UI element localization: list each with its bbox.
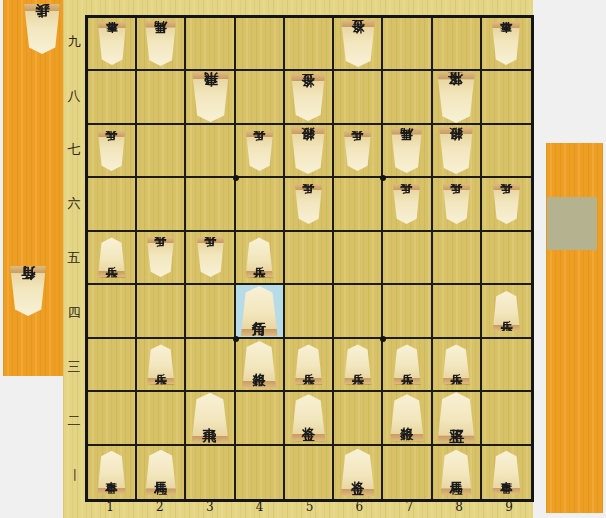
square-2四[interactable] (137, 285, 186, 338)
piece-gote-rook[interactable]: 飛車 (191, 72, 230, 122)
square-1六[interactable] (88, 178, 137, 231)
piece-gote-pawn[interactable]: 歩兵 (492, 184, 521, 224)
square-3七[interactable] (186, 125, 235, 178)
square-2二[interactable] (137, 392, 186, 445)
square-4二[interactable] (236, 392, 285, 445)
square-9一[interactable]: 香車 (482, 446, 531, 499)
square-9七[interactable] (482, 125, 531, 178)
piece-sente-pawn[interactable]: 歩兵 (442, 344, 471, 384)
piece-sente-king[interactable]: 王将 (436, 392, 476, 443)
piece-sente-silver[interactable]: 銀将 (389, 394, 425, 441)
square-2七[interactable] (137, 125, 186, 178)
rank-label-四: 四 (63, 286, 85, 340)
square-5四[interactable] (285, 285, 334, 338)
square-2一[interactable]: 桂馬 (137, 446, 186, 499)
square-5一[interactable] (285, 446, 334, 499)
piece-gote-king[interactable]: 玉将 (436, 72, 476, 123)
square-3三[interactable] (186, 339, 235, 392)
square-1五[interactable]: 歩兵 (88, 232, 137, 285)
square-1九[interactable]: 香車 (88, 18, 137, 71)
piece-gote-bishop[interactable]: 角行 (9, 266, 47, 316)
file-label-2: 2 (135, 500, 185, 517)
piece-sente-pawn[interactable]: 歩兵 (146, 344, 175, 384)
square-7八[interactable] (383, 71, 432, 124)
shogi-board: 九八七六五四三二一 香車桂馬金将香車飛車金将玉将歩兵歩兵銀将歩兵桂馬銀将歩兵歩兵… (63, 0, 533, 518)
piece-sente-knight[interactable]: 桂馬 (440, 450, 473, 495)
rank-label-九: 九 (63, 15, 85, 69)
file-label-9: 9 (484, 500, 534, 517)
square-1四[interactable] (88, 285, 137, 338)
piece-gote-pawn[interactable]: 歩兵 (343, 131, 372, 171)
square-8七[interactable]: 銀将 (433, 125, 482, 178)
square-4一[interactable] (236, 446, 285, 499)
square-3八[interactable]: 飛車 (186, 71, 235, 124)
file-label-5: 5 (285, 500, 335, 517)
square-2九[interactable]: 桂馬 (137, 18, 186, 71)
square-7五[interactable] (383, 232, 432, 285)
square-7二[interactable]: 銀将 (383, 392, 432, 445)
square-7四[interactable] (383, 285, 432, 338)
square-7六[interactable]: 歩兵 (383, 178, 432, 231)
rank-label-三: 三 (63, 340, 85, 394)
file-label-7: 7 (384, 500, 434, 517)
piece-gote-knight[interactable]: 桂馬 (144, 21, 177, 66)
square-6八[interactable] (334, 71, 383, 124)
square-9二[interactable] (482, 392, 531, 445)
piece-stand-slot (547, 197, 597, 250)
rank-label-六: 六 (63, 177, 85, 231)
piece-sente-pawn[interactable]: 歩兵 (343, 344, 372, 384)
square-8四[interactable] (433, 285, 482, 338)
piece-sente-pawn[interactable]: 歩兵 (97, 237, 126, 277)
piece-sente-pawn[interactable]: 歩兵 (492, 291, 521, 331)
piece-gote-pawn[interactable]: 歩兵 (245, 131, 274, 171)
square-4三[interactable]: 銀将 (236, 339, 285, 392)
square-8一[interactable]: 桂馬 (433, 446, 482, 499)
square-5七[interactable]: 銀将 (285, 125, 334, 178)
square-6六[interactable] (334, 178, 383, 231)
square-6五[interactable] (334, 232, 383, 285)
square-3四[interactable] (186, 285, 235, 338)
sente-piece-stand (546, 143, 603, 513)
square-1一[interactable]: 香車 (88, 446, 137, 499)
star-point (233, 175, 239, 181)
square-9八[interactable] (482, 71, 531, 124)
piece-gote-lance[interactable]: 香車 (491, 22, 521, 65)
square-8二[interactable]: 王将 (433, 392, 482, 445)
square-9六[interactable]: 歩兵 (482, 178, 531, 231)
rank-label-二: 二 (63, 394, 85, 448)
square-3六[interactable] (186, 178, 235, 231)
piece-gote-pawn[interactable]: 歩兵 (294, 184, 323, 224)
file-label-4: 4 (235, 500, 285, 517)
square-6三[interactable]: 歩兵 (334, 339, 383, 392)
square-4四[interactable]: 角行 (236, 285, 285, 338)
square-3九[interactable] (186, 18, 235, 71)
rank-label-五: 五 (63, 231, 85, 285)
square-9四[interactable]: 歩兵 (482, 285, 531, 338)
square-7九[interactable] (383, 18, 432, 71)
square-6四[interactable] (334, 285, 383, 338)
piece-sente-pawn[interactable]: 歩兵 (245, 237, 274, 277)
shogi-app: 歩兵角行 九八七六五四三二一 香車桂馬金将香車飛車金将玉将歩兵歩兵銀将歩兵桂馬銀… (0, 0, 606, 518)
square-8六[interactable]: 歩兵 (433, 178, 482, 231)
piece-gote-pawn[interactable]: 歩兵 (23, 4, 61, 54)
piece-gote-pawn[interactable]: 歩兵 (442, 184, 471, 224)
square-8五[interactable] (433, 232, 482, 285)
piece-gote-gold[interactable]: 金将 (290, 74, 326, 121)
gote-piece-stand: 歩兵角行 (3, 0, 63, 376)
rank-label-七: 七 (63, 123, 85, 177)
square-3二[interactable]: 飛車 (186, 392, 235, 445)
square-7一[interactable] (383, 446, 432, 499)
rank-label-八: 八 (63, 69, 85, 123)
piece-sente-silver[interactable]: 銀将 (241, 341, 277, 388)
piece-sente-pawn[interactable]: 歩兵 (294, 344, 323, 384)
square-9九[interactable]: 香車 (482, 18, 531, 71)
square-5八[interactable]: 金将 (285, 71, 334, 124)
square-9三[interactable] (482, 339, 531, 392)
gote-hand-bishop[interactable]: 角行 (9, 266, 47, 316)
square-2八[interactable] (137, 71, 186, 124)
square-4九[interactable] (236, 18, 285, 71)
square-3一[interactable] (186, 446, 235, 499)
square-2三[interactable]: 歩兵 (137, 339, 186, 392)
piece-sente-knight[interactable]: 桂馬 (144, 450, 177, 495)
piece-sente-gold[interactable]: 金将 (290, 394, 326, 441)
gote-hand-pawn[interactable]: 歩兵 (23, 4, 61, 54)
square-4七[interactable]: 歩兵 (236, 125, 285, 178)
piece-gote-pawn[interactable]: 歩兵 (146, 237, 175, 277)
square-7三[interactable]: 歩兵 (383, 339, 432, 392)
square-4六[interactable] (236, 178, 285, 231)
piece-sente-pawn[interactable]: 歩兵 (392, 344, 421, 384)
square-5九[interactable] (285, 18, 334, 71)
square-8八[interactable]: 玉将 (433, 71, 482, 124)
square-1二[interactable] (88, 392, 137, 445)
file-label-6: 6 (334, 500, 384, 517)
square-1三[interactable] (88, 339, 137, 392)
file-label-1: 1 (85, 500, 135, 517)
rank-labels: 九八七六五四三二一 (63, 15, 85, 502)
square-2六[interactable] (137, 178, 186, 231)
piece-gote-pawn[interactable]: 歩兵 (392, 184, 421, 224)
piece-sente-rook[interactable]: 飛車 (191, 393, 230, 443)
piece-gote-knight[interactable]: 桂馬 (390, 128, 423, 173)
piece-sente-lance[interactable]: 香車 (491, 451, 521, 494)
board-grid: 香車桂馬金将香車飛車金将玉将歩兵歩兵銀将歩兵桂馬銀将歩兵歩兵歩兵歩兵歩兵歩兵歩兵… (85, 15, 534, 502)
square-2五[interactable]: 歩兵 (137, 232, 186, 285)
piece-gote-silver[interactable]: 銀将 (290, 127, 326, 174)
square-7七[interactable]: 桂馬 (383, 125, 432, 178)
square-5三[interactable]: 歩兵 (285, 339, 334, 392)
piece-gote-pawn[interactable]: 歩兵 (97, 131, 126, 171)
square-8九[interactable] (433, 18, 482, 71)
piece-gote-lance[interactable]: 香車 (97, 22, 127, 65)
square-5五[interactable] (285, 232, 334, 285)
square-8三[interactable]: 歩兵 (433, 339, 482, 392)
file-labels: 123456789 (85, 500, 534, 517)
square-5二[interactable]: 金将 (285, 392, 334, 445)
square-1七[interactable]: 歩兵 (88, 125, 137, 178)
star-point (233, 336, 239, 342)
square-6一[interactable]: 金将 (334, 446, 383, 499)
file-label-3: 3 (185, 500, 235, 517)
square-9五[interactable] (482, 232, 531, 285)
square-4八[interactable] (236, 71, 285, 124)
square-5六[interactable]: 歩兵 (285, 178, 334, 231)
piece-sente-gold[interactable]: 金将 (340, 449, 376, 496)
piece-gote-silver[interactable]: 銀将 (438, 127, 474, 174)
piece-sente-bishop[interactable]: 角行 (240, 286, 279, 336)
square-4五[interactable]: 歩兵 (236, 232, 285, 285)
piece-gote-gold[interactable]: 金将 (340, 20, 376, 67)
square-6九[interactable]: 金将 (334, 18, 383, 71)
piece-gote-pawn[interactable]: 歩兵 (196, 237, 225, 277)
square-6七[interactable]: 歩兵 (334, 125, 383, 178)
piece-sente-lance[interactable]: 香車 (97, 451, 127, 494)
square-1八[interactable] (88, 71, 137, 124)
square-3五[interactable]: 歩兵 (186, 232, 235, 285)
square-6二[interactable] (334, 392, 383, 445)
star-point (380, 336, 386, 342)
file-label-8: 8 (434, 500, 484, 517)
